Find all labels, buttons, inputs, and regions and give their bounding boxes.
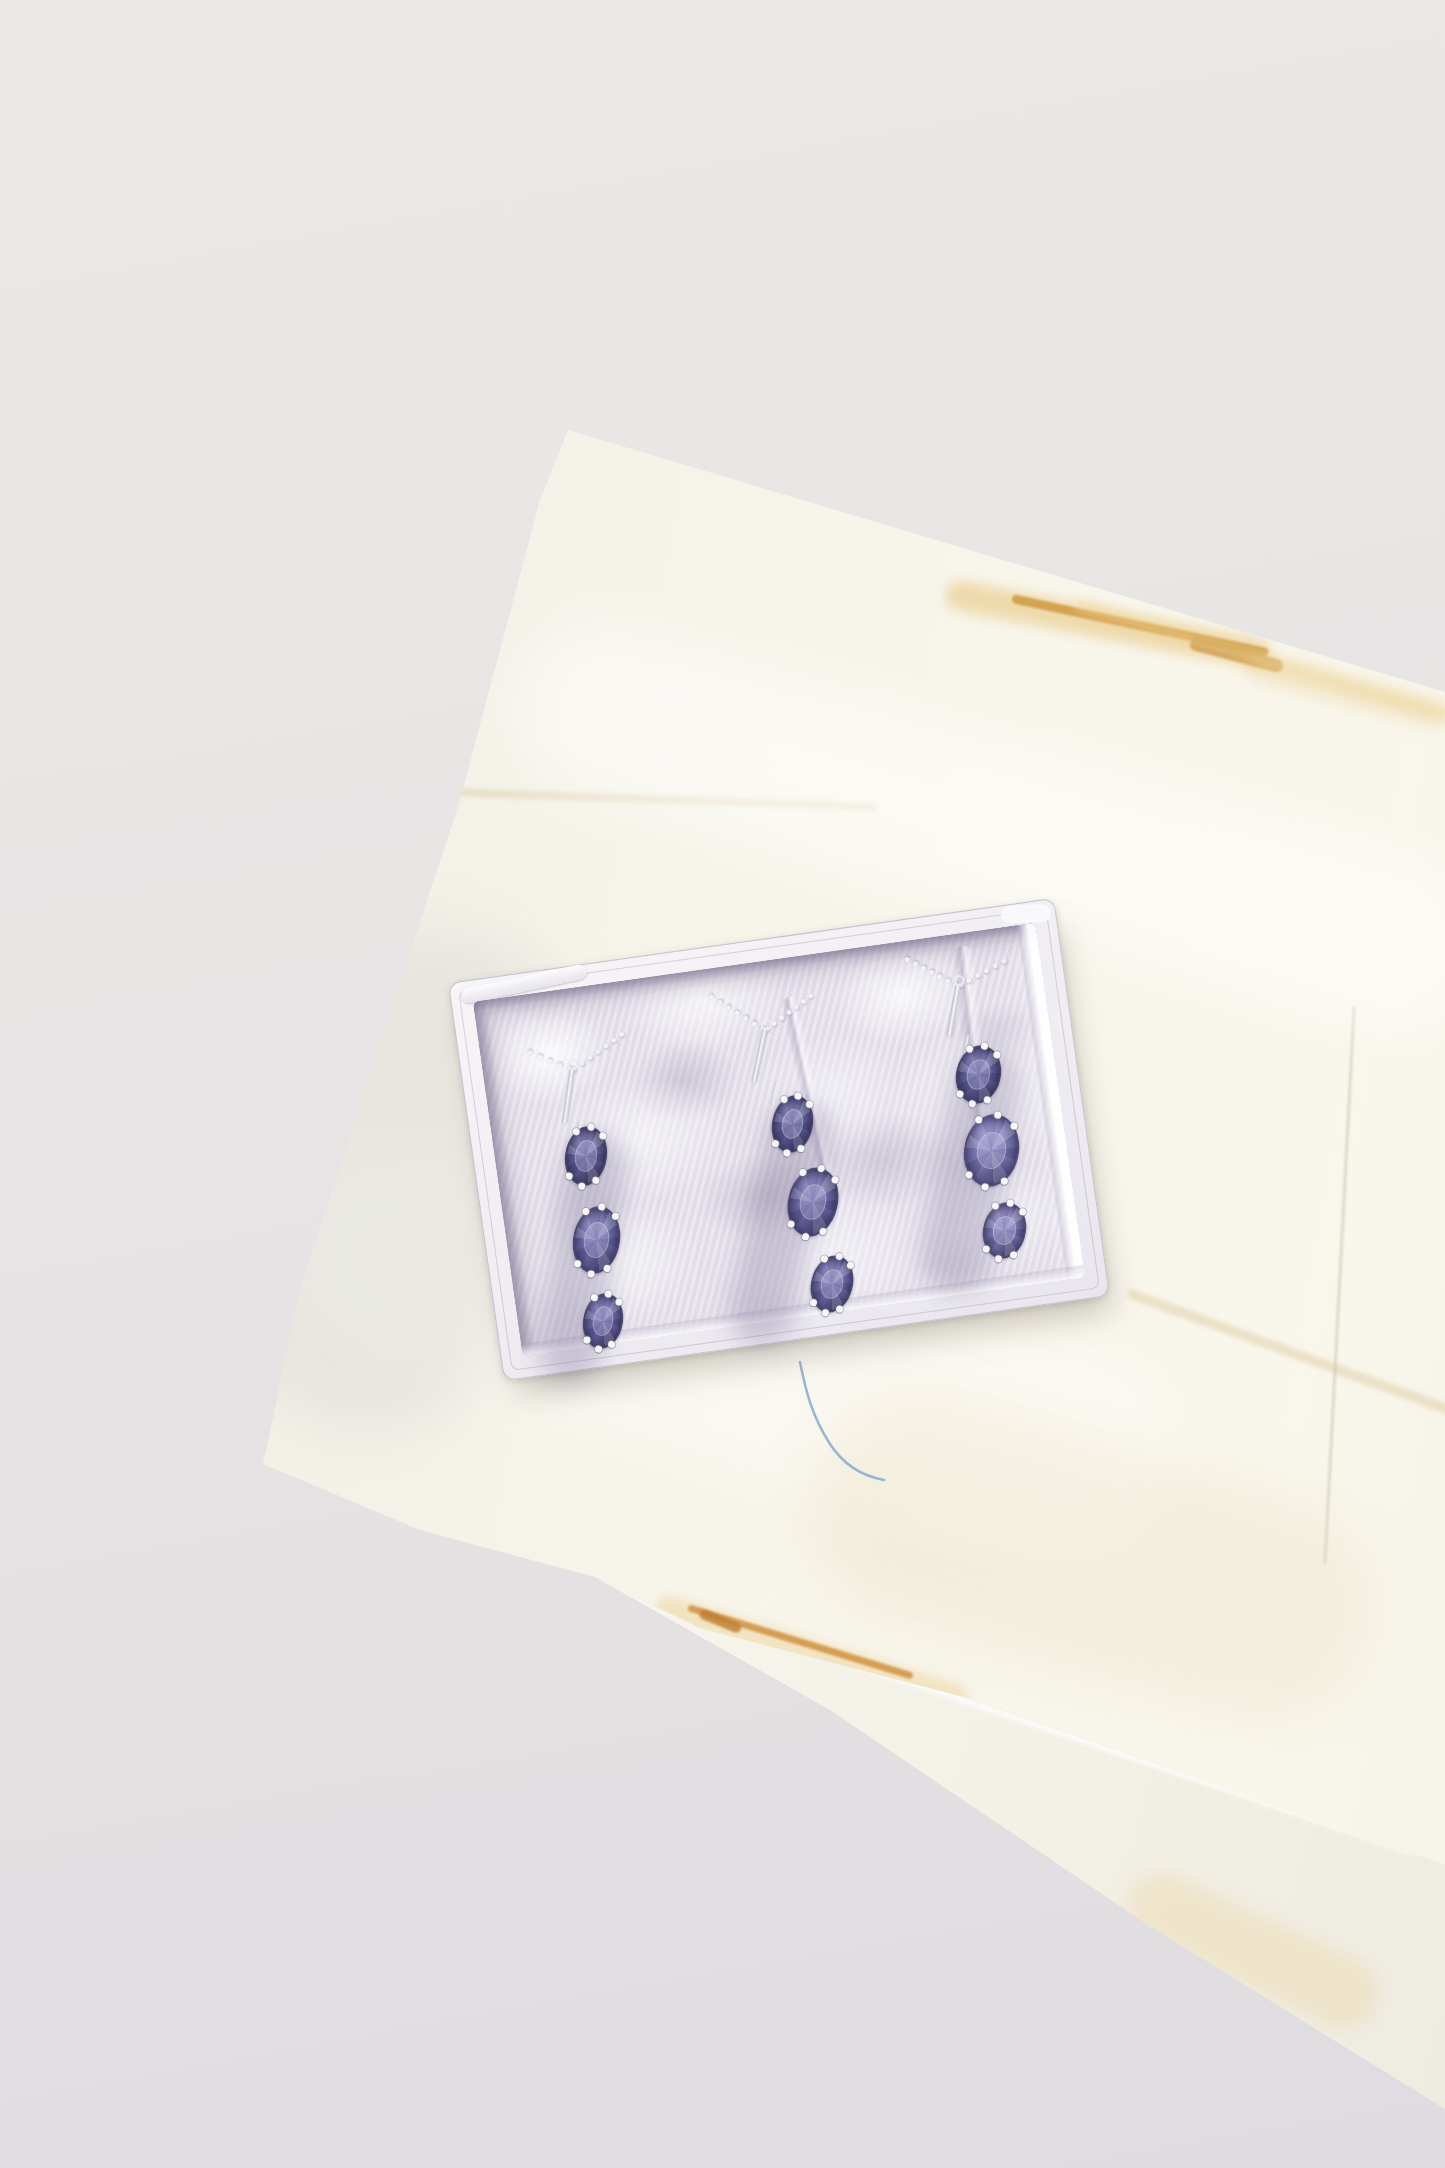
chain-strand xyxy=(957,958,1008,989)
prong-ball xyxy=(991,1202,999,1210)
prong-ball xyxy=(782,1148,790,1156)
prong-ball xyxy=(818,1228,826,1236)
prong-ball xyxy=(597,1202,605,1210)
prong-ball xyxy=(974,1115,982,1123)
prong-ball xyxy=(592,1177,600,1185)
prong-ball xyxy=(603,1264,611,1272)
prong-ball xyxy=(1006,1198,1014,1206)
photo-canvas xyxy=(0,0,1445,2168)
pendants-layer xyxy=(0,0,1445,2168)
chain-strand xyxy=(571,1031,626,1073)
prong-ball xyxy=(793,1091,801,1099)
prong-ball xyxy=(965,1170,973,1178)
prong-ball xyxy=(587,1270,595,1278)
gemstone-2 xyxy=(567,1203,624,1278)
prong-ball xyxy=(955,1089,963,1097)
prong-ball xyxy=(1009,1121,1017,1129)
prong-ball xyxy=(993,1051,1001,1059)
prong-ball xyxy=(573,1259,581,1267)
prong-ball xyxy=(797,1144,805,1152)
gemstone-2 xyxy=(958,1109,1025,1190)
gemstone-3 xyxy=(805,1251,860,1317)
prong-ball xyxy=(587,1122,595,1130)
prong-ball xyxy=(771,1139,779,1147)
chain-strand xyxy=(527,1049,573,1072)
prong-ball xyxy=(980,1041,988,1049)
prong-ball xyxy=(594,1345,602,1353)
chain-strand xyxy=(708,993,767,1032)
pendant-bail xyxy=(751,1027,768,1083)
prong-ball xyxy=(604,1289,612,1297)
prong-ball xyxy=(830,1175,838,1183)
prong-ball xyxy=(615,1298,623,1306)
prong-ball xyxy=(599,1131,607,1139)
pendant-bail xyxy=(946,984,960,1038)
pendant-bail xyxy=(562,1068,575,1124)
chain-strand xyxy=(904,956,959,989)
prong-ball xyxy=(577,1182,585,1190)
gemstone-3 xyxy=(578,1290,627,1352)
